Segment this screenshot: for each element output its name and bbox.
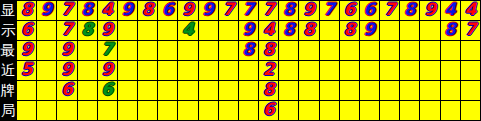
grid-cell-r3c11: [219, 41, 238, 60]
grid-cell-r6c7: [138, 101, 157, 120]
grid-cell-r5c8: [158, 81, 177, 100]
digit-9-red: 9: [182, 1, 194, 18]
digit-6-blue: 6: [162, 1, 174, 18]
grid-cell-r4c3: 9: [57, 61, 76, 80]
digit-8-blue: 8: [243, 41, 255, 58]
grid-cell-r4c7: [138, 61, 157, 80]
grid-cell-r4c6: [118, 61, 137, 80]
digit-9-red: 9: [303, 1, 315, 18]
grid-cell-r3c20: [400, 41, 419, 60]
grid-cell-r2c10: [199, 21, 218, 40]
grid-cell-r4c4: [78, 61, 97, 80]
digit-8-red: 8: [263, 81, 275, 98]
grid-cell-r5c15: [299, 81, 318, 100]
grid-cell-r6c6: [118, 101, 137, 120]
grid-cell-r5c10: [199, 81, 218, 100]
grid-cell-r1c17: 6: [340, 1, 359, 20]
grid-cell-r2c8: [158, 21, 177, 40]
grid-cell-r4c14: [279, 61, 298, 80]
grid-cell-r5c23: [461, 81, 480, 100]
grid-cell-r4c23: [461, 61, 480, 80]
digit-9-blue: 9: [41, 1, 53, 18]
digit-8-green: 8: [81, 21, 93, 38]
grid-cell-r5c12: [239, 81, 258, 100]
grid-cell-r6c11: [219, 101, 238, 120]
grid-cell-r6c21: [420, 101, 439, 120]
grid-cell-r4c1: 5: [17, 61, 36, 80]
grid-cell-r1c21: 9: [420, 1, 439, 20]
grid-cell-r4c18: [360, 61, 379, 80]
grid-cell-r5c19: [380, 81, 399, 100]
digit-8-red: 8: [142, 1, 154, 18]
grid-cell-r5c6: [118, 81, 137, 100]
grid-cell-r4c8: [158, 61, 177, 80]
digit-7-red: 7: [464, 21, 476, 38]
grid-cell-r6c17: [340, 101, 359, 120]
digit-8-red: 8: [303, 21, 315, 38]
digit-9-red: 9: [101, 21, 113, 38]
grid-cell-r4c17: [340, 61, 359, 80]
digit-8-blue: 8: [283, 1, 295, 18]
grid-cell-r1c23: 4: [461, 1, 480, 20]
grid-cell-r6c19: [380, 101, 399, 120]
grid-cell-r3c21: [420, 41, 439, 60]
digit-6-red: 6: [263, 101, 275, 118]
grid-cell-r1c10: 9: [199, 1, 218, 20]
digit-9-red: 9: [101, 61, 113, 78]
board-title-char-3: 最: [0, 41, 16, 60]
grid-cell-r3c15: [299, 41, 318, 60]
grid-cell-r5c1: [17, 81, 36, 100]
digit-7-red: 7: [222, 1, 234, 18]
grid-cell-r3c10: [199, 41, 218, 60]
grid-cell-r5c17: [340, 81, 359, 100]
digit-8-blue: 8: [283, 21, 295, 38]
grid-cell-r2c23: 7: [461, 21, 480, 40]
grid-cell-r2c17: 8: [340, 21, 359, 40]
grid-cell-r6c16: [320, 101, 339, 120]
grid-cell-r1c8: 6: [158, 1, 177, 20]
grid-cell-r2c1: 6: [17, 21, 36, 40]
digit-8-blue: 8: [444, 21, 456, 38]
grid-cell-r6c10: [199, 101, 218, 120]
digit-9-red: 9: [21, 41, 33, 58]
board-title: 显示最近牌局: [0, 0, 16, 121]
grid-cell-r4c5: 9: [98, 61, 117, 80]
grid-cell-r5c20: [400, 81, 419, 100]
digit-9-red: 9: [424, 1, 436, 18]
grid-cell-r1c13: 7: [259, 1, 278, 20]
digit-4-red: 4: [464, 1, 476, 18]
grid-cell-r2c21: [420, 21, 439, 40]
digit-9-blue: 9: [243, 21, 255, 38]
digit-6-blue: 6: [364, 1, 376, 18]
grid-cell-r6c18: [360, 101, 379, 120]
grid-cell-r6c3: [57, 101, 76, 120]
grid-cell-r3c1: 9: [17, 41, 36, 60]
grid-cell-r5c18: [360, 81, 379, 100]
grid-cell-r1c6: 9: [118, 1, 137, 20]
grid-cell-r4c16: [320, 61, 339, 80]
grid-cell-r5c7: [138, 81, 157, 100]
digit-7-blue: 7: [243, 1, 255, 18]
grid-cell-r2c2: [37, 21, 56, 40]
digit-4-green: 4: [182, 21, 194, 38]
grid-cell-r5c21: [420, 81, 439, 100]
grid-cell-r2c5: 9: [98, 21, 117, 40]
grid-cell-r3c8: [158, 41, 177, 60]
digit-6-red: 6: [343, 1, 355, 18]
grid-cell-r1c5: 4: [98, 1, 117, 20]
board-title-char-4: 近: [0, 61, 16, 80]
grid-cell-r6c4: [78, 101, 97, 120]
digit-9-blue: 9: [364, 21, 376, 38]
grid-cell-r5c9: [178, 81, 197, 100]
digit-2-red: 2: [263, 61, 275, 78]
grid-cell-r2c6: [118, 21, 137, 40]
grid-cell-r1c2: 9: [37, 1, 56, 20]
grid-cell-r5c14: [279, 81, 298, 100]
grid-cell-r5c11: [219, 81, 238, 100]
digit-7-red: 7: [61, 1, 73, 18]
grid-cell-r2c12: 9: [239, 21, 258, 40]
digit-4-blue: 4: [444, 1, 456, 18]
grid-cell-r3c12: 8: [239, 41, 258, 60]
grid-cell-r3c5: 7: [98, 41, 117, 60]
grid-cell-r2c9: 4: [178, 21, 197, 40]
grid-cell-r4c19: [380, 61, 399, 80]
grid-cell-r6c1: [17, 101, 36, 120]
grid-cell-r1c3: 7: [57, 1, 76, 20]
digit-7-red: 7: [384, 1, 396, 18]
digit-6-green: 6: [101, 81, 113, 98]
grid-cell-r2c16: [320, 21, 339, 40]
grid-cell-r4c22: [441, 61, 460, 80]
grid-cell-r3c14: [279, 41, 298, 60]
grid-cell-r6c8: [158, 101, 177, 120]
grid-cell-r5c13: 8: [259, 81, 278, 100]
digit-9-red: 9: [61, 41, 73, 58]
grid-cell-r1c9: 9: [178, 1, 197, 20]
grid-cell-r1c18: 6: [360, 1, 379, 20]
grid-cell-r1c11: 7: [219, 1, 238, 20]
grid-cell-r3c2: [37, 41, 56, 60]
grid-cell-r6c2: [37, 101, 56, 120]
grid-cell-r1c19: 7: [380, 1, 399, 20]
digit-8-red: 8: [343, 21, 355, 38]
grid-cell-r4c12: [239, 61, 258, 80]
grid-cell-r1c4: 8: [78, 1, 97, 20]
grid-cell-r5c3: 6: [57, 81, 76, 100]
grid-cell-r4c10: [199, 61, 218, 80]
grid-cell-r4c11: [219, 61, 238, 80]
board-title-char-6: 局: [0, 101, 16, 120]
grid-cell-r5c22: [441, 81, 460, 100]
board-title-char-2: 示: [0, 21, 16, 40]
grid-cell-r3c3: 9: [57, 41, 76, 60]
grid-cell-r6c13: 6: [259, 101, 278, 120]
grid-cell-r6c9: [178, 101, 197, 120]
grid-cell-r4c9: [178, 61, 197, 80]
grid-cell-r4c13: 2: [259, 61, 278, 80]
grid-cell-r3c18: [360, 41, 379, 60]
digit-7-green: 7: [101, 41, 113, 58]
grid-cell-r1c14: 8: [279, 1, 298, 20]
grid-cell-r2c11: [219, 21, 238, 40]
digit-9-blue: 9: [122, 1, 134, 18]
digit-8-blue: 8: [404, 1, 416, 18]
digit-7-red: 7: [263, 1, 275, 18]
grid-cell-r3c9: [178, 41, 197, 60]
grid-cell-r2c18: 9: [360, 21, 379, 40]
grid-cell-r4c20: [400, 61, 419, 80]
digit-9-red: 9: [61, 61, 73, 78]
digit-7-red: 7: [61, 21, 73, 38]
grid-cell-r3c23: [461, 41, 480, 60]
grid-cell-r3c22: [441, 41, 460, 60]
digit-8-red: 8: [21, 1, 33, 18]
results-grid: 8978498699777897667894467894948889879978…: [16, 0, 481, 121]
recent-games-scoreboard: 显示最近牌局 897849869977789766789446789494888…: [0, 0, 481, 121]
board-title-char-1: 显: [0, 1, 16, 20]
grid-cell-r3c17: [340, 41, 359, 60]
digit-7-blue: 7: [323, 1, 335, 18]
digit-8-blue: 8: [81, 1, 93, 18]
grid-cell-r2c7: [138, 21, 157, 40]
grid-cell-r4c21: [420, 61, 439, 80]
digit-4-red: 4: [263, 21, 275, 38]
grid-cell-r3c16: [320, 41, 339, 60]
grid-cell-r2c3: 7: [57, 21, 76, 40]
digit-9-blue: 9: [202, 1, 214, 18]
grid-cell-r2c13: 4: [259, 21, 278, 40]
digit-8-red: 8: [263, 41, 275, 58]
grid-cell-r6c20: [400, 101, 419, 120]
grid-cell-r3c6: [118, 41, 137, 60]
grid-cell-r3c4: [78, 41, 97, 60]
grid-cell-r3c13: 8: [259, 41, 278, 60]
grid-cell-r2c4: 8: [78, 21, 97, 40]
grid-cell-r1c7: 8: [138, 1, 157, 20]
grid-cell-r5c16: [320, 81, 339, 100]
grid-cell-r1c1: 8: [17, 1, 36, 20]
digit-6-red: 6: [21, 21, 33, 38]
grid-cell-r2c15: 8: [299, 21, 318, 40]
grid-cell-r1c15: 9: [299, 1, 318, 20]
grid-cell-r5c4: [78, 81, 97, 100]
grid-cell-r3c19: [380, 41, 399, 60]
grid-cell-r6c14: [279, 101, 298, 120]
grid-cell-r4c2: [37, 61, 56, 80]
grid-cell-r1c16: 7: [320, 1, 339, 20]
grid-cell-r6c5: [98, 101, 117, 120]
grid-cell-r6c12: [239, 101, 258, 120]
grid-cell-r3c7: [138, 41, 157, 60]
grid-cell-r6c23: [461, 101, 480, 120]
board-title-char-5: 牌: [0, 81, 16, 100]
grid-cell-r5c5: 6: [98, 81, 117, 100]
digit-4-red: 4: [101, 1, 113, 18]
grid-cell-r1c12: 7: [239, 1, 258, 20]
grid-cell-r2c22: 8: [441, 21, 460, 40]
grid-cell-r1c22: 4: [441, 1, 460, 20]
grid-cell-r4c15: [299, 61, 318, 80]
grid-cell-r1c20: 8: [400, 1, 419, 20]
digit-6-red: 6: [61, 81, 73, 98]
grid-cell-r2c14: 8: [279, 21, 298, 40]
grid-cell-r2c20: [400, 21, 419, 40]
grid-cell-r6c15: [299, 101, 318, 120]
grid-cell-r6c22: [441, 101, 460, 120]
grid-cell-r2c19: [380, 21, 399, 40]
grid-cell-r5c2: [37, 81, 56, 100]
digit-5-red: 5: [21, 61, 33, 78]
